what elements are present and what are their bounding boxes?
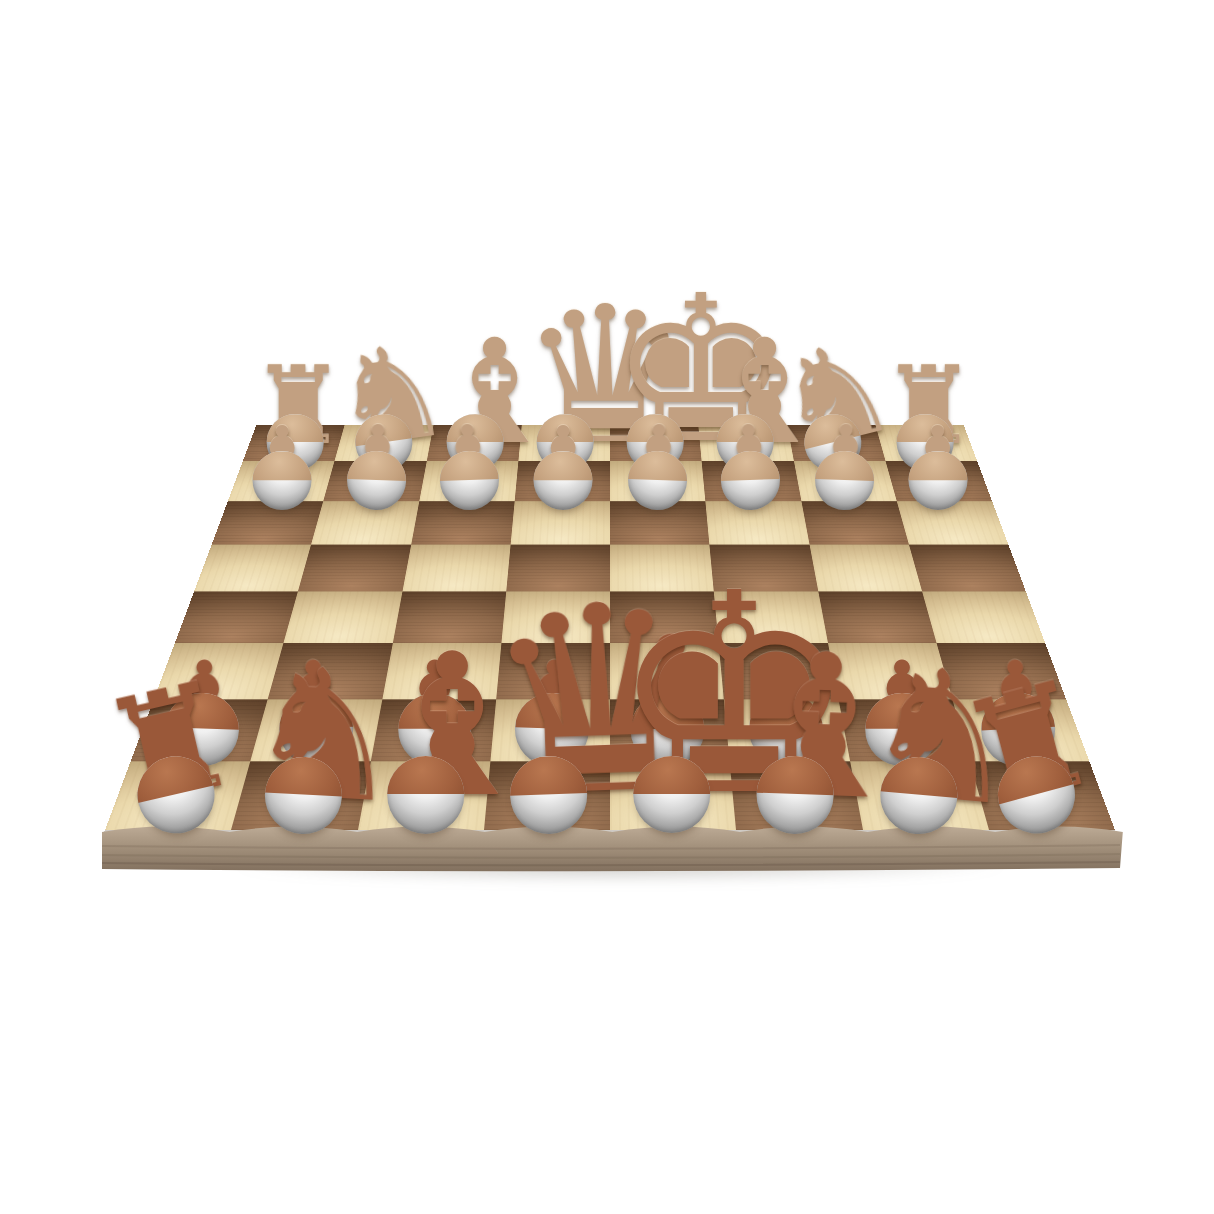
piece-white-pawn[interactable]: ♟	[891, 401, 985, 510]
piece-black-king[interactable]: ♚	[610, 518, 733, 833]
piece-black-bishop[interactable]: ♝	[732, 596, 863, 836]
chrome-base	[719, 450, 780, 511]
chrome-base	[534, 451, 593, 510]
piece-white-pawn[interactable]: ♟	[700, 400, 797, 512]
piece-white-pawn[interactable]: ♟	[329, 400, 426, 512]
chrome-base	[387, 756, 465, 834]
piece-white-pawn[interactable]: ♟	[610, 400, 707, 512]
piece-white-pawn[interactable]: ♟	[797, 400, 894, 512]
chrome-base	[438, 450, 499, 511]
piece-black-knight[interactable]: ♞	[240, 614, 374, 837]
piece-white-pawn[interactable]: ♟	[236, 401, 330, 510]
chrome-base	[346, 450, 407, 511]
chrome-base	[908, 451, 967, 510]
piece-white-pawn[interactable]: ♟	[516, 401, 610, 510]
chrome-base	[633, 756, 711, 834]
piece-black-queen[interactable]: ♛	[478, 535, 611, 836]
piece-black-bishop[interactable]: ♝	[364, 598, 487, 834]
product-photo-stage: ♜♞♝♛♚♝♞♜♟♟♟♟♟♟♟♟♟♟♟♟♟♟♟♟♜♞♝♛♚♝♞♜	[0, 0, 1214, 1214]
chrome-base	[253, 451, 312, 510]
chrome-base	[627, 450, 688, 511]
chrome-base	[814, 450, 875, 511]
pieces-layer: ♜♞♝♛♚♝♞♜♟♟♟♟♟♟♟♟♟♟♟♟♟♟♟♟♜♞♝♛♚♝♞♜	[0, 0, 1214, 1214]
piece-white-pawn[interactable]: ♟	[419, 400, 516, 512]
